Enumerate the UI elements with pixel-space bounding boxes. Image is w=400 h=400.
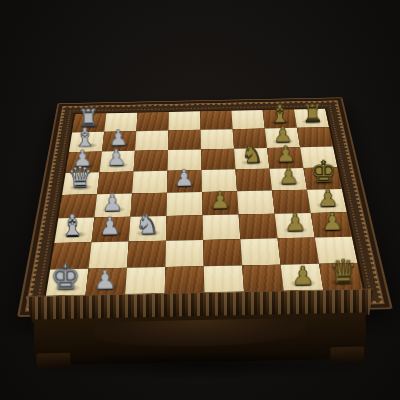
square-d2[interactable] <box>165 240 203 267</box>
gold-pawn-glyph: ♟ <box>317 186 339 210</box>
gold-queen-glyph: ♛ <box>328 255 358 288</box>
square-c8[interactable] <box>136 112 169 131</box>
gold-king-glyph: ♚ <box>310 157 337 187</box>
silver-pawn-glyph: ♟ <box>102 191 124 215</box>
square-e1[interactable] <box>204 265 244 294</box>
square-h7[interactable] <box>297 127 333 147</box>
square-e2[interactable] <box>203 239 242 266</box>
piece-silver-knight-c3[interactable]: ♞ <box>129 216 167 242</box>
silver-pawn-glyph: ♟ <box>93 267 117 293</box>
silver-knight-glyph: ♞ <box>135 210 160 238</box>
square-c7[interactable] <box>135 131 168 151</box>
chess-board-grid: ♜♝♜♝♟♟♟♟♞♟♛♟♟♚♟♟♟♝♟♞♟♟♚♟♟♛ <box>46 109 364 298</box>
silver-king-glyph: ♚ <box>50 260 81 295</box>
piece-gold-pawn-g5[interactable]: ♟ <box>269 168 307 191</box>
floor-shadow <box>40 352 360 378</box>
square-c2[interactable] <box>127 241 166 268</box>
piece-gold-queen-h1[interactable]: ♛ <box>319 263 363 292</box>
square-c1[interactable] <box>125 267 165 296</box>
square-e3[interactable] <box>203 214 241 239</box>
piece-gold-knight-f6[interactable]: ♞ <box>234 148 269 169</box>
square-d4[interactable] <box>167 192 203 216</box>
gold-knight-glyph: ♞ <box>240 141 263 167</box>
square-f3[interactable] <box>239 214 278 239</box>
piece-silver-pawn-b6[interactable]: ♟ <box>100 151 135 172</box>
pedestal-arch <box>93 318 306 348</box>
gold-pawn-glyph: ♟ <box>284 210 306 235</box>
piece-gold-pawn-h3[interactable]: ♟ <box>311 212 352 237</box>
silver-pawn-glyph: ♟ <box>99 214 121 239</box>
square-d1[interactable] <box>165 266 205 295</box>
silver-queen-glyph: ♛ <box>66 163 93 192</box>
piece-gold-rook-h8[interactable]: ♜ <box>294 109 329 128</box>
silver-bishop-glyph: ♝ <box>60 211 86 240</box>
square-c6[interactable] <box>134 150 168 171</box>
square-e6[interactable] <box>201 149 235 170</box>
silver-pawn-glyph: ♟ <box>106 147 126 170</box>
square-f5[interactable] <box>236 169 273 192</box>
square-f8[interactable] <box>231 110 264 129</box>
gold-pawn-glyph: ♟ <box>291 263 315 289</box>
gold-pawn-glyph: ♟ <box>209 188 231 212</box>
square-f4[interactable] <box>237 190 275 214</box>
piece-silver-bishop-a3[interactable]: ♝ <box>54 217 94 243</box>
square-f2[interactable] <box>240 238 280 265</box>
piece-gold-pawn-g1[interactable]: ♟ <box>281 264 324 293</box>
gold-pawn-glyph: ♟ <box>321 210 343 235</box>
square-d8[interactable] <box>168 111 200 130</box>
square-f1[interactable] <box>242 265 284 294</box>
silver-pawn-glyph: ♟ <box>174 167 195 190</box>
piece-silver-king-a1[interactable]: ♚ <box>46 269 89 298</box>
chess-photo-scene: ♜♝♜♝♟♟♟♟♞♟♛♟♟♚♟♟♟♝♟♞♟♟♚♟♟♛ <box>0 0 400 400</box>
piece-silver-pawn-d5[interactable]: ♟ <box>167 170 202 193</box>
square-c5[interactable] <box>132 171 167 194</box>
square-e7[interactable] <box>201 129 234 149</box>
gold-pawn-glyph: ♟ <box>278 164 299 187</box>
piece-gold-pawn-e4[interactable]: ♟ <box>202 191 239 215</box>
chess-board-frame: ♜♝♜♝♟♟♟♟♞♟♛♟♟♚♟♟♟♝♟♞♟♟♚♟♟♛ <box>17 97 393 317</box>
piece-silver-queen-a5[interactable]: ♛ <box>62 172 100 195</box>
square-e8[interactable] <box>200 111 233 130</box>
square-d3[interactable] <box>166 215 203 240</box>
piece-gold-pawn-g3[interactable]: ♟ <box>275 213 315 238</box>
gold-rook-glyph: ♜ <box>301 101 323 125</box>
square-d7[interactable] <box>168 130 201 150</box>
piece-silver-pawn-b3[interactable]: ♟ <box>92 217 131 243</box>
piece-silver-pawn-b1[interactable]: ♟ <box>85 268 127 297</box>
